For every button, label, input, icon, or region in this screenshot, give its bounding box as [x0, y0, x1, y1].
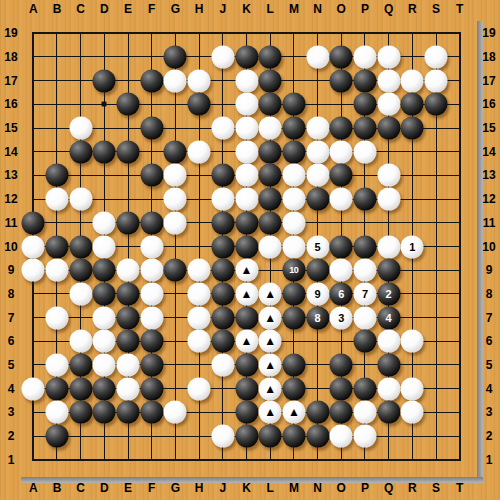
white-stone-S17[interactable] — [425, 69, 448, 92]
row-label: 5 — [486, 358, 493, 372]
row-label: 16 — [4, 97, 17, 111]
white-stone-N14[interactable] — [306, 140, 329, 163]
black-stone-Q7[interactable]: 4 — [377, 306, 400, 329]
column-label: P — [361, 2, 369, 16]
black-stone-E8[interactable] — [117, 282, 140, 305]
column-label: B — [53, 481, 62, 495]
white-stone-P2[interactable] — [353, 425, 376, 448]
white-stone-H17[interactable] — [188, 69, 211, 92]
black-stone-K3[interactable] — [235, 401, 258, 424]
black-stone-K4[interactable] — [235, 377, 258, 400]
black-stone-F17[interactable] — [140, 69, 163, 92]
black-stone-L12[interactable] — [259, 188, 282, 211]
column-label: C — [76, 2, 85, 16]
black-stone-L17[interactable] — [259, 69, 282, 92]
white-stone-K15[interactable] — [235, 117, 258, 140]
white-stone-P7[interactable] — [353, 306, 376, 329]
black-stone-O8[interactable]: 6 — [330, 282, 353, 305]
row-label: 6 — [8, 334, 15, 348]
white-stone-Q4[interactable] — [377, 377, 400, 400]
white-stone-M10[interactable] — [282, 235, 305, 258]
triangle-marker: ▲ — [264, 311, 276, 323]
black-stone-L16[interactable] — [259, 93, 282, 116]
column-label: T — [456, 481, 463, 495]
white-stone-K13[interactable] — [235, 164, 258, 187]
black-stone-Q8[interactable]: 2 — [377, 282, 400, 305]
white-stone-G3[interactable] — [164, 401, 187, 424]
black-stone-A11[interactable] — [22, 211, 45, 234]
column-label: F — [148, 481, 155, 495]
move-number-label: 6 — [338, 288, 344, 299]
white-stone-D5[interactable] — [93, 353, 116, 376]
black-stone-E16[interactable] — [117, 93, 140, 116]
row-label: 12 — [482, 192, 495, 206]
black-stone-E14[interactable] — [117, 140, 140, 163]
black-stone-J10[interactable] — [211, 235, 234, 258]
board-edge-bottom — [21, 477, 483, 483]
column-label: M — [289, 2, 299, 16]
white-stone-B9[interactable] — [45, 259, 68, 282]
column-label: L — [267, 2, 274, 16]
row-label: 17 — [4, 74, 17, 88]
white-stone-J18[interactable] — [211, 45, 234, 68]
black-stone-F6[interactable] — [140, 330, 163, 353]
black-stone-M8[interactable] — [282, 282, 305, 305]
black-stone-N2[interactable] — [306, 425, 329, 448]
triangle-marker: ▲ — [241, 264, 253, 276]
column-label: R — [408, 2, 417, 16]
black-stone-F13[interactable] — [140, 164, 163, 187]
white-stone-H6[interactable] — [188, 330, 211, 353]
black-stone-K11[interactable] — [235, 211, 258, 234]
row-label: 19 — [482, 26, 495, 40]
column-label: R — [408, 481, 417, 495]
black-stone-C14[interactable] — [69, 140, 92, 163]
row-label: 6 — [486, 334, 493, 348]
white-stone-R6[interactable] — [401, 330, 424, 353]
white-stone-K6[interactable]: ▲ — [235, 330, 258, 353]
black-stone-B2[interactable] — [45, 425, 68, 448]
white-stone-Q12[interactable] — [377, 188, 400, 211]
column-label: H — [195, 2, 204, 16]
black-stone-L13[interactable] — [259, 164, 282, 187]
black-stone-J13[interactable] — [211, 164, 234, 187]
black-stone-O13[interactable] — [330, 164, 353, 187]
black-stone-K5[interactable] — [235, 353, 258, 376]
black-stone-P15[interactable] — [353, 117, 376, 140]
column-label: D — [100, 481, 109, 495]
triangle-marker: ▲ — [264, 406, 276, 418]
black-stone-N3[interactable] — [306, 401, 329, 424]
white-stone-N13[interactable] — [306, 164, 329, 187]
white-stone-H9[interactable] — [188, 259, 211, 282]
black-stone-R15[interactable] — [401, 117, 424, 140]
black-stone-D4[interactable] — [93, 377, 116, 400]
black-stone-L2[interactable] — [259, 425, 282, 448]
white-stone-O2[interactable] — [330, 425, 353, 448]
move-number-label: 9 — [315, 288, 321, 299]
triangle-marker: ▲ — [264, 335, 276, 347]
row-label: 17 — [482, 74, 495, 88]
white-stone-P8[interactable]: 7 — [353, 282, 376, 305]
black-stone-L18[interactable] — [259, 45, 282, 68]
black-stone-J8[interactable] — [211, 282, 234, 305]
white-stone-A9[interactable] — [22, 259, 45, 282]
black-stone-J6[interactable] — [211, 330, 234, 353]
black-stone-D14[interactable] — [93, 140, 116, 163]
row-label: 3 — [486, 405, 493, 419]
black-stone-P10[interactable] — [353, 235, 376, 258]
row-label: 10 — [4, 240, 17, 254]
black-stone-C10[interactable] — [69, 235, 92, 258]
black-stone-K18[interactable] — [235, 45, 258, 68]
black-stone-E6[interactable] — [117, 330, 140, 353]
column-label: G — [171, 481, 180, 495]
white-stone-M13[interactable] — [282, 164, 305, 187]
black-stone-F15[interactable] — [140, 117, 163, 140]
column-label: J — [219, 481, 226, 495]
white-stone-K9[interactable]: ▲ — [235, 259, 258, 282]
column-label: T — [456, 2, 463, 16]
column-label: D — [100, 2, 109, 16]
row-label: 18 — [4, 50, 17, 64]
white-stone-J5[interactable] — [211, 353, 234, 376]
black-stone-Q9[interactable] — [377, 259, 400, 282]
column-label: F — [148, 2, 155, 16]
black-stone-P12[interactable] — [353, 188, 376, 211]
black-stone-O4[interactable] — [330, 377, 353, 400]
column-label: Q — [384, 2, 393, 16]
row-label: 2 — [486, 429, 493, 443]
white-stone-Q18[interactable] — [377, 45, 400, 68]
black-stone-O15[interactable] — [330, 117, 353, 140]
move-number-label: 2 — [386, 288, 392, 299]
black-stone-O5[interactable] — [330, 353, 353, 376]
black-stone-M7[interactable] — [282, 306, 305, 329]
row-label: 19 — [4, 26, 17, 40]
white-stone-O12[interactable] — [330, 188, 353, 211]
row-label: 8 — [486, 287, 493, 301]
star-point — [102, 102, 107, 107]
white-stone-L7[interactable]: ▲ — [259, 306, 282, 329]
move-number-label: 5 — [315, 241, 321, 252]
white-stone-H14[interactable] — [188, 140, 211, 163]
row-label: 4 — [486, 382, 493, 396]
black-stone-C9[interactable] — [69, 259, 92, 282]
white-stone-J12[interactable] — [211, 188, 234, 211]
black-stone-O10[interactable] — [330, 235, 353, 258]
row-label: 3 — [8, 405, 15, 419]
white-stone-N18[interactable] — [306, 45, 329, 68]
column-label: L — [267, 481, 274, 495]
column-label: P — [361, 481, 369, 495]
white-stone-Q10[interactable] — [377, 235, 400, 258]
white-stone-J2[interactable] — [211, 425, 234, 448]
black-stone-F3[interactable] — [140, 401, 163, 424]
move-number-label: 10 — [289, 266, 298, 275]
row-label: 7 — [8, 311, 15, 325]
white-stone-B3[interactable] — [45, 401, 68, 424]
black-stone-J9[interactable] — [211, 259, 234, 282]
white-stone-Q13[interactable] — [377, 164, 400, 187]
black-stone-E11[interactable] — [117, 211, 140, 234]
black-stone-O3[interactable] — [330, 401, 353, 424]
move-number-label: 1 — [409, 241, 415, 252]
black-stone-Q5[interactable] — [377, 353, 400, 376]
column-label: O — [337, 2, 346, 16]
row-label: 15 — [482, 121, 495, 135]
black-stone-B13[interactable] — [45, 164, 68, 187]
column-label: E — [124, 2, 132, 16]
black-stone-M4[interactable] — [282, 377, 305, 400]
white-stone-K12[interactable] — [235, 188, 258, 211]
column-label: J — [219, 2, 226, 16]
board-edge-right — [477, 21, 483, 483]
black-stone-K2[interactable] — [235, 425, 258, 448]
black-stone-L14[interactable] — [259, 140, 282, 163]
move-number-label: 7 — [362, 288, 368, 299]
black-stone-P4[interactable] — [353, 377, 376, 400]
white-stone-B7[interactable] — [45, 306, 68, 329]
black-stone-C3[interactable] — [69, 401, 92, 424]
column-label: M — [289, 481, 299, 495]
white-stone-R17[interactable] — [401, 69, 424, 92]
column-label: A — [29, 2, 38, 16]
white-stone-G17[interactable] — [164, 69, 187, 92]
white-stone-P18[interactable] — [353, 45, 376, 68]
black-stone-P17[interactable] — [353, 69, 376, 92]
white-stone-A4[interactable] — [22, 377, 45, 400]
black-stone-P16[interactable] — [353, 93, 376, 116]
white-stone-N15[interactable] — [306, 117, 329, 140]
black-stone-S16[interactable] — [425, 93, 448, 116]
black-stone-D9[interactable] — [93, 259, 116, 282]
white-stone-K17[interactable] — [235, 69, 258, 92]
black-stone-K7[interactable] — [235, 306, 258, 329]
white-stone-N10[interactable]: 5 — [306, 235, 329, 258]
row-label: 8 — [8, 287, 15, 301]
white-stone-D6[interactable] — [93, 330, 116, 353]
white-stone-L5[interactable]: ▲ — [259, 353, 282, 376]
black-stone-C5[interactable] — [69, 353, 92, 376]
black-stone-M15[interactable] — [282, 117, 305, 140]
column-label: S — [432, 481, 440, 495]
column-label: O — [337, 481, 346, 495]
move-number-label: 4 — [386, 312, 392, 323]
column-label: A — [29, 481, 38, 495]
row-label: 16 — [482, 97, 495, 111]
white-stone-L4[interactable]: ▲ — [259, 377, 282, 400]
white-stone-J15[interactable] — [211, 117, 234, 140]
black-stone-K10[interactable] — [235, 235, 258, 258]
row-label: 5 — [8, 358, 15, 372]
black-stone-C4[interactable] — [69, 377, 92, 400]
row-label: 13 — [482, 168, 495, 182]
white-stone-B5[interactable] — [45, 353, 68, 376]
triangle-marker: ▲ — [264, 358, 276, 370]
black-stone-B4[interactable] — [45, 377, 68, 400]
white-stone-L15[interactable] — [259, 117, 282, 140]
column-label: Q — [384, 481, 393, 495]
white-stone-F8[interactable] — [140, 282, 163, 305]
white-stone-G13[interactable] — [164, 164, 187, 187]
column-label: K — [242, 481, 251, 495]
white-stone-D10[interactable] — [93, 235, 116, 258]
black-stone-N9[interactable] — [306, 259, 329, 282]
white-stone-R3[interactable] — [401, 401, 424, 424]
white-stone-A10[interactable] — [22, 235, 45, 258]
white-stone-F7[interactable] — [140, 306, 163, 329]
black-stone-D3[interactable] — [93, 401, 116, 424]
black-stone-P6[interactable] — [353, 330, 376, 353]
triangle-marker: ▲ — [288, 406, 300, 418]
white-stone-E9[interactable] — [117, 259, 140, 282]
white-stone-C12[interactable] — [69, 188, 92, 211]
black-stone-Q15[interactable] — [377, 117, 400, 140]
column-label: N — [313, 481, 322, 495]
row-label: 7 — [486, 311, 493, 325]
white-stone-O14[interactable] — [330, 140, 353, 163]
black-stone-N7[interactable]: 8 — [306, 306, 329, 329]
move-number-label: 3 — [338, 312, 344, 323]
black-stone-D17[interactable] — [93, 69, 116, 92]
white-stone-C8[interactable] — [69, 282, 92, 305]
triangle-marker: ▲ — [241, 287, 253, 299]
white-stone-D7[interactable] — [93, 306, 116, 329]
black-stone-L11[interactable] — [259, 211, 282, 234]
white-stone-H4[interactable] — [188, 377, 211, 400]
column-label: G — [171, 2, 180, 16]
column-label: S — [432, 2, 440, 16]
row-label: 14 — [4, 145, 17, 159]
row-label: 14 — [482, 145, 495, 159]
white-stone-M11[interactable] — [282, 211, 305, 234]
row-label: 11 — [5, 216, 18, 230]
white-stone-N8[interactable]: 9 — [306, 282, 329, 305]
row-label: 9 — [486, 263, 493, 277]
white-stone-L8[interactable]: ▲ — [259, 282, 282, 305]
column-label: C — [76, 481, 85, 495]
triangle-marker: ▲ — [264, 287, 276, 299]
white-stone-C15[interactable] — [69, 117, 92, 140]
white-stone-L3[interactable]: ▲ — [259, 401, 282, 424]
white-stone-Q6[interactable] — [377, 330, 400, 353]
black-stone-M9[interactable]: 10 — [282, 259, 305, 282]
black-stone-F5[interactable] — [140, 353, 163, 376]
black-stone-J11[interactable] — [211, 211, 234, 234]
black-stone-O18[interactable] — [330, 45, 353, 68]
black-stone-M16[interactable] — [282, 93, 305, 116]
black-stone-F11[interactable] — [140, 211, 163, 234]
white-stone-P3[interactable] — [353, 401, 376, 424]
white-stone-O9[interactable] — [330, 259, 353, 282]
row-label: 12 — [4, 192, 17, 206]
black-stone-E3[interactable] — [117, 401, 140, 424]
white-stone-Q16[interactable] — [377, 93, 400, 116]
white-stone-G12[interactable] — [164, 188, 187, 211]
triangle-marker: ▲ — [241, 335, 253, 347]
white-stone-M12[interactable] — [282, 188, 305, 211]
black-stone-M14[interactable] — [282, 140, 305, 163]
white-stone-D11[interactable] — [93, 211, 116, 234]
row-label: 18 — [482, 50, 495, 64]
row-label: 4 — [8, 382, 15, 396]
column-label: K — [242, 2, 251, 16]
white-stone-Q17[interactable] — [377, 69, 400, 92]
black-stone-O17[interactable] — [330, 69, 353, 92]
triangle-marker: ▲ — [264, 382, 276, 394]
black-stone-J7[interactable] — [211, 306, 234, 329]
black-stone-E7[interactable] — [117, 306, 140, 329]
white-stone-P9[interactable] — [353, 259, 376, 282]
black-stone-R16[interactable] — [401, 93, 424, 116]
row-label: 13 — [4, 168, 17, 182]
move-number-label: 8 — [315, 312, 321, 323]
white-stone-K16[interactable] — [235, 93, 258, 116]
white-stone-K8[interactable]: ▲ — [235, 282, 258, 305]
white-stone-E4[interactable] — [117, 377, 140, 400]
go-board-diagram: ABCDEFGHJKLMNOPQRST ABCDEFGHJKLMNOPQRST … — [0, 0, 500, 500]
white-stone-K14[interactable] — [235, 140, 258, 163]
row-label: 1 — [8, 453, 15, 467]
black-stone-G9[interactable] — [164, 259, 187, 282]
white-stone-B12[interactable] — [45, 188, 68, 211]
row-label: 9 — [8, 263, 15, 277]
white-stone-H7[interactable] — [188, 306, 211, 329]
black-stone-M5[interactable] — [282, 353, 305, 376]
black-stone-M2[interactable] — [282, 425, 305, 448]
white-stone-E5[interactable] — [117, 353, 140, 376]
white-stone-L10[interactable] — [259, 235, 282, 258]
white-stone-R4[interactable] — [401, 377, 424, 400]
column-label: B — [53, 2, 62, 16]
black-stone-B10[interactable] — [45, 235, 68, 258]
black-stone-Q3[interactable] — [377, 401, 400, 424]
black-stone-F4[interactable] — [140, 377, 163, 400]
black-stone-G14[interactable] — [164, 140, 187, 163]
white-stone-F10[interactable] — [140, 235, 163, 258]
row-label: 10 — [482, 240, 495, 254]
white-stone-O7[interactable]: 3 — [330, 306, 353, 329]
white-stone-R10[interactable]: 1 — [401, 235, 424, 258]
white-stone-G11[interactable] — [164, 211, 187, 234]
row-label: 1 — [486, 453, 493, 467]
column-label: E — [124, 481, 132, 495]
white-stone-S18[interactable] — [425, 45, 448, 68]
row-label: 11 — [483, 216, 496, 230]
black-stone-G18[interactable] — [164, 45, 187, 68]
row-label: 15 — [4, 121, 17, 135]
white-stone-F9[interactable] — [140, 259, 163, 282]
white-stone-P14[interactable] — [353, 140, 376, 163]
black-stone-D8[interactable] — [93, 282, 116, 305]
white-stone-M3[interactable]: ▲ — [282, 401, 305, 424]
white-stone-H8[interactable] — [188, 282, 211, 305]
white-stone-L6[interactable]: ▲ — [259, 330, 282, 353]
column-label: N — [313, 2, 322, 16]
black-stone-H16[interactable] — [188, 93, 211, 116]
column-label: H — [195, 481, 204, 495]
white-stone-C6[interactable] — [69, 330, 92, 353]
black-stone-N12[interactable] — [306, 188, 329, 211]
row-label: 2 — [8, 429, 15, 443]
